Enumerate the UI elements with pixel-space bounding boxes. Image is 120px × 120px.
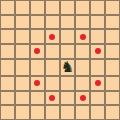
board-square[interactable] (76, 45, 89, 58)
board-square[interactable] (1, 106, 14, 119)
board-square[interactable] (91, 30, 104, 43)
board-square[interactable] (46, 16, 59, 29)
board-square[interactable] (1, 92, 14, 105)
board-square[interactable] (61, 77, 74, 90)
board-square[interactable] (91, 106, 104, 119)
board-square[interactable] (106, 45, 119, 58)
board-square[interactable] (61, 16, 74, 29)
board-square[interactable] (91, 16, 104, 29)
board-square[interactable]: ♞ (61, 60, 74, 75)
board-square[interactable] (31, 60, 44, 75)
board-square[interactable] (106, 60, 119, 75)
board-square[interactable] (16, 30, 29, 43)
board-square[interactable] (31, 77, 44, 90)
board-square[interactable] (76, 77, 89, 90)
board-square[interactable] (61, 106, 74, 119)
board-square[interactable] (91, 45, 104, 58)
board-square[interactable] (46, 77, 59, 90)
board-square[interactable] (46, 1, 59, 14)
board-square[interactable] (106, 77, 119, 90)
knight-move-dot (80, 95, 86, 101)
board-square[interactable] (91, 1, 104, 14)
board-square[interactable] (16, 45, 29, 58)
knight-move-dot (34, 48, 40, 54)
board-square[interactable] (1, 77, 14, 90)
board-square[interactable] (76, 16, 89, 29)
board-square[interactable] (16, 106, 29, 119)
board-square[interactable] (76, 106, 89, 119)
board-square[interactable] (16, 60, 29, 75)
board-square[interactable] (1, 60, 14, 75)
knight-move-dot (95, 80, 101, 86)
board-square[interactable] (61, 30, 74, 43)
knight-move-dot (80, 34, 86, 40)
board-square[interactable] (61, 1, 74, 14)
board-square[interactable] (46, 106, 59, 119)
board-square[interactable] (61, 92, 74, 105)
board-square[interactable] (61, 45, 74, 58)
board-square[interactable] (91, 77, 104, 90)
knight-move-dot (49, 95, 55, 101)
board-square[interactable] (46, 30, 59, 43)
board-square[interactable] (76, 30, 89, 43)
board-square[interactable] (16, 77, 29, 90)
chess-board: ♞ (0, 0, 120, 120)
knight-move-dot (95, 48, 101, 54)
board-square[interactable] (1, 16, 14, 29)
board-square[interactable] (46, 92, 59, 105)
knight-move-dot (34, 80, 40, 86)
board-square[interactable] (46, 45, 59, 58)
board-square[interactable] (46, 60, 59, 75)
board-square[interactable] (91, 92, 104, 105)
board-square[interactable] (16, 16, 29, 29)
board-square[interactable] (16, 1, 29, 14)
board-square[interactable] (76, 92, 89, 105)
board-square[interactable] (16, 92, 29, 105)
board-square[interactable] (91, 60, 104, 75)
board-square[interactable] (31, 30, 44, 43)
board-square[interactable] (1, 45, 14, 58)
board-square[interactable] (76, 1, 89, 14)
board-square[interactable] (31, 1, 44, 14)
board-square[interactable] (106, 30, 119, 43)
board-square[interactable] (106, 16, 119, 29)
board-square[interactable] (31, 45, 44, 58)
black-knight-piece: ♞ (61, 59, 74, 74)
board-square[interactable] (1, 30, 14, 43)
board-square[interactable] (106, 1, 119, 14)
board-square[interactable] (31, 106, 44, 119)
board-square[interactable] (106, 92, 119, 105)
board-square[interactable] (106, 106, 119, 119)
board-square[interactable] (1, 1, 14, 14)
knight-move-dot (49, 34, 55, 40)
board-square[interactable] (31, 92, 44, 105)
board-square[interactable] (31, 16, 44, 29)
board-square[interactable] (76, 60, 89, 75)
